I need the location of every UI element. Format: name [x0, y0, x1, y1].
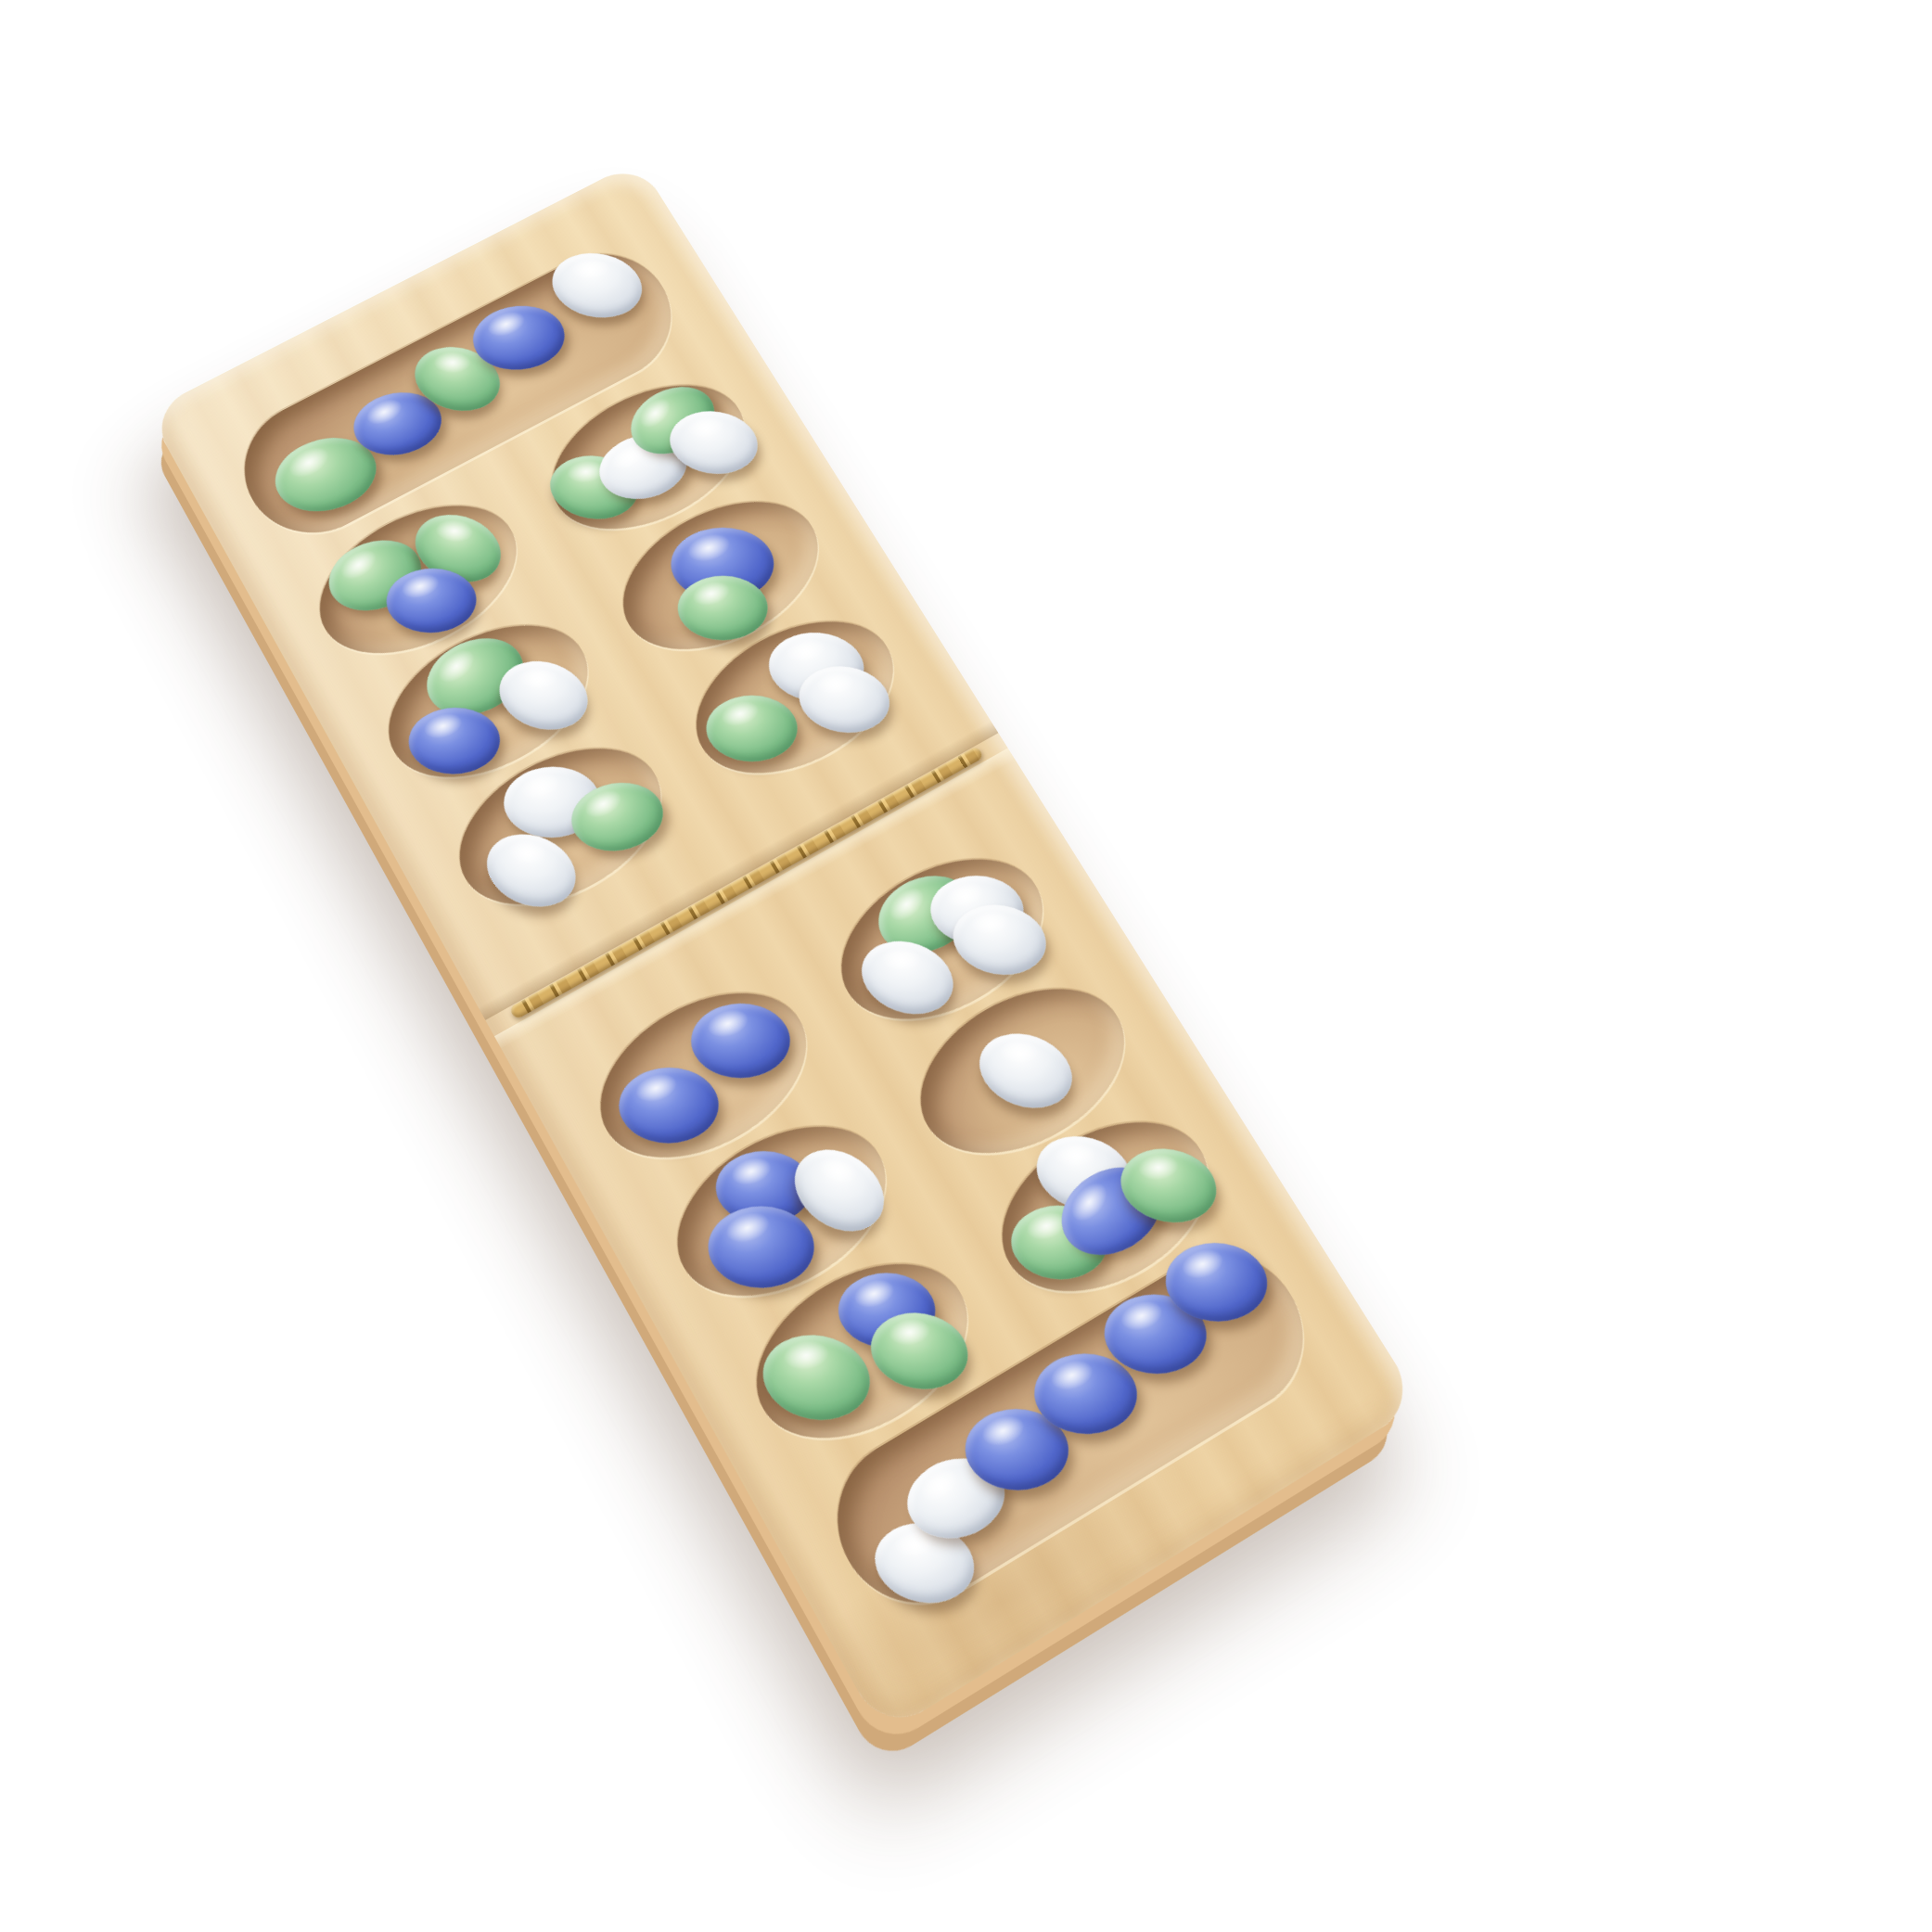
- stone-white: [969, 1021, 1081, 1120]
- stone-blue: [708, 1207, 814, 1288]
- stone-green: [677, 576, 767, 640]
- stone-white: [544, 245, 650, 326]
- stone-blue: [407, 708, 501, 774]
- stone-blue: [385, 569, 477, 633]
- stone-green: [706, 696, 797, 761]
- mancala-board: [147, 160, 1421, 1736]
- stone-white: [474, 821, 588, 920]
- stone-green: [756, 1326, 876, 1427]
- stone-blue: [691, 1004, 790, 1078]
- mancala-photo: [0, 0, 1932, 1932]
- stone-blue: [619, 1068, 719, 1143]
